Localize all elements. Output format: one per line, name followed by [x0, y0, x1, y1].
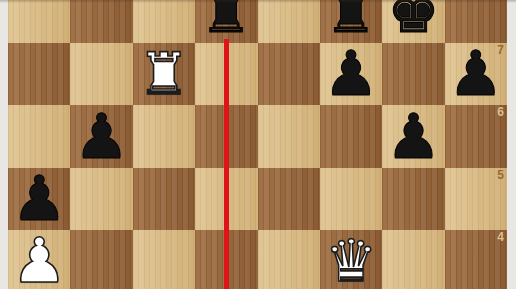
black-pawn[interactable]: ♟︎ [8, 168, 70, 230]
square-c4[interactable] [133, 230, 195, 289]
black-pawn[interactable]: ♟︎ [445, 43, 507, 105]
square-a5[interactable]: ♟︎ [8, 168, 70, 230]
rank-label-5: 5 [497, 169, 504, 182]
square-b7[interactable] [70, 43, 132, 105]
black-pawn[interactable]: ♟︎ [70, 105, 132, 167]
square-h7[interactable]: 7♟︎ [445, 43, 507, 105]
square-b6[interactable]: ♟︎ [70, 105, 132, 167]
square-e7[interactable] [258, 43, 320, 105]
square-h5[interactable]: 5 [445, 168, 507, 230]
square-b4[interactable] [70, 230, 132, 289]
square-f4[interactable]: ♛ [320, 230, 382, 289]
square-a6[interactable] [8, 105, 70, 167]
square-b5[interactable] [70, 168, 132, 230]
chess-board: ♜♜♚8♜♟︎7♟︎♟︎♟︎6♟︎5♟︎♛4321 [8, 0, 507, 289]
square-g7[interactable] [382, 43, 444, 105]
square-f7[interactable]: ♟︎ [320, 43, 382, 105]
black-rook[interactable]: ♜ [195, 0, 257, 43]
square-f6[interactable] [320, 105, 382, 167]
square-h4[interactable]: 4 [445, 230, 507, 289]
square-c5[interactable] [133, 168, 195, 230]
white-queen[interactable]: ♛ [320, 230, 382, 289]
square-h6[interactable]: 6 [445, 105, 507, 167]
square-a7[interactable] [8, 43, 70, 105]
square-g5[interactable] [382, 168, 444, 230]
square-c8[interactable] [133, 0, 195, 43]
square-e8[interactable] [258, 0, 320, 43]
square-a8[interactable] [8, 0, 70, 43]
chess-app-viewport: { "game": "chess", "position": { "fen_vi… [0, 0, 516, 289]
square-g6[interactable]: ♟︎ [382, 105, 444, 167]
square-d8[interactable]: ♜ [195, 0, 257, 43]
square-e6[interactable] [258, 105, 320, 167]
black-pawn[interactable]: ♟︎ [320, 43, 382, 105]
square-e4[interactable] [258, 230, 320, 289]
move-arrow [224, 39, 229, 289]
white-pawn[interactable]: ♟︎ [8, 230, 70, 289]
rank-label-4: 4 [497, 231, 504, 244]
square-c6[interactable] [133, 105, 195, 167]
black-king[interactable]: ♚ [382, 0, 444, 43]
square-c7[interactable]: ♜ [133, 43, 195, 105]
square-f5[interactable] [320, 168, 382, 230]
square-e5[interactable] [258, 168, 320, 230]
white-rook[interactable]: ♜ [133, 43, 195, 105]
black-pawn[interactable]: ♟︎ [382, 105, 444, 167]
square-g4[interactable] [382, 230, 444, 289]
square-a4[interactable]: ♟︎ [8, 230, 70, 289]
square-g8[interactable]: ♚ [382, 0, 444, 43]
square-b8[interactable] [70, 0, 132, 43]
